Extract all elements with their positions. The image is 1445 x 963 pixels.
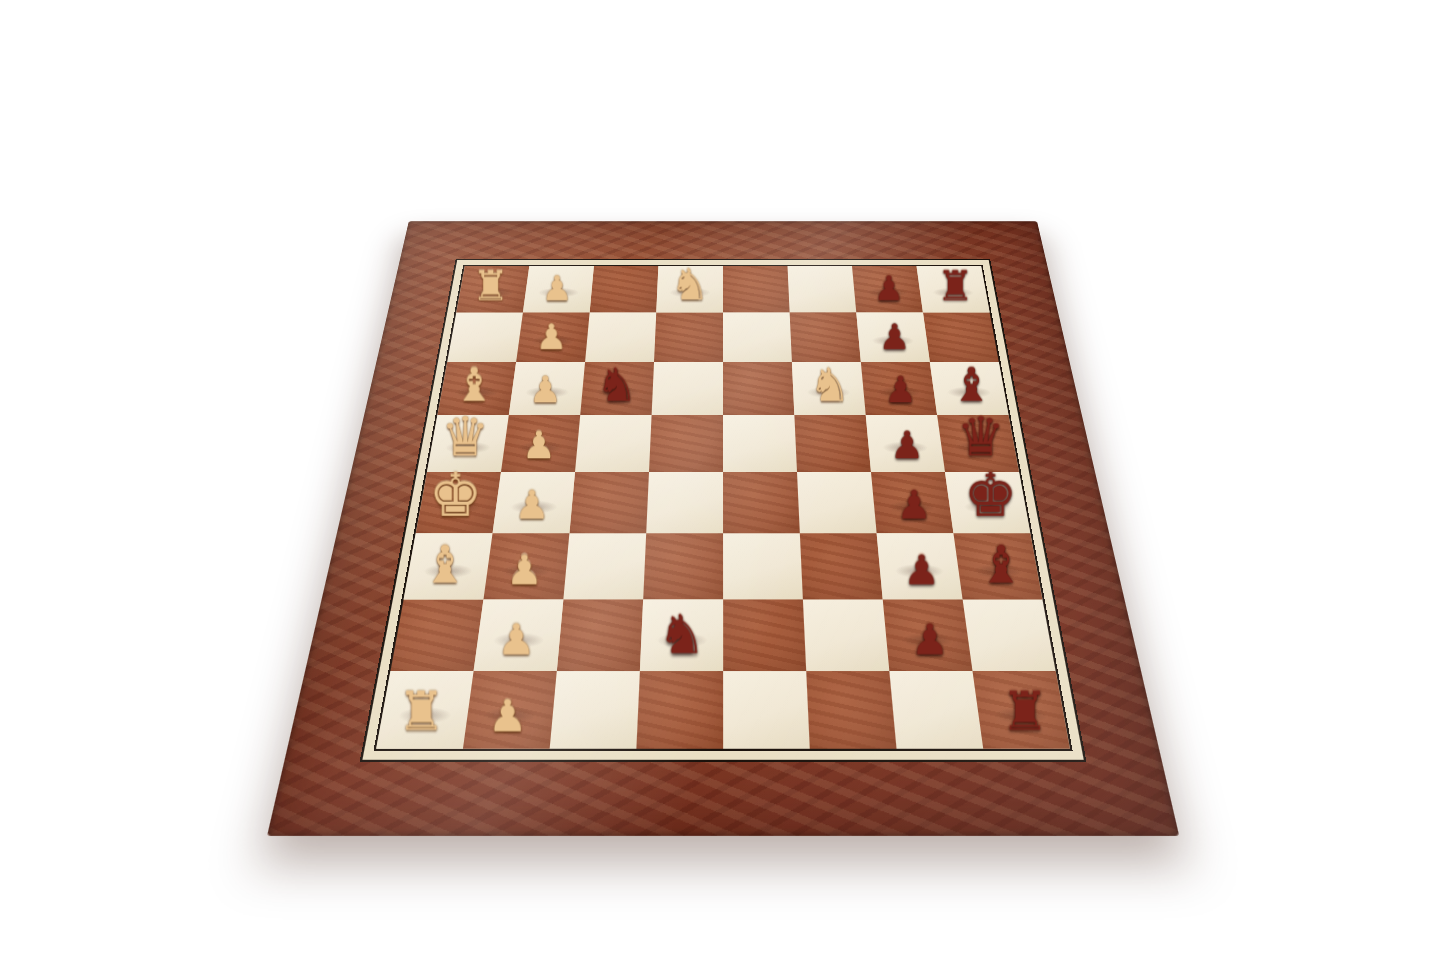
square-h5: [723, 671, 810, 749]
square-c5: [723, 362, 794, 415]
square-a6: [787, 266, 856, 312]
piece-black-pawn-f7: ♟: [903, 549, 940, 590]
piece-black-king-e8: ♚: [963, 465, 1017, 525]
piece-white-rook-h1: ♜: [397, 684, 445, 738]
square-d6: [794, 415, 871, 472]
piece-white-knight-c6: ♞: [808, 361, 849, 407]
photo-backdrop: ♜♟♞♟♜♟♟♝♟♞♞♟♝♛♟♟♛♚♟♟♚♝♟♟♝♟♞♟♜♟♜: [0, 0, 1445, 963]
square-b8: [923, 312, 999, 362]
square-h8: ♜: [972, 671, 1069, 749]
square-d2: ♟: [501, 415, 580, 472]
piece-white-pawn-d2: ♟: [521, 426, 555, 464]
square-f5: [723, 533, 803, 599]
piece-white-king-e1: ♚: [428, 465, 482, 525]
piece-white-rook-a1: ♜: [472, 265, 509, 306]
piece-white-knight-a4: ♞: [670, 263, 709, 306]
square-g1: [390, 599, 483, 671]
square-f2: ♟: [483, 533, 569, 599]
square-c2: ♟: [508, 362, 584, 415]
piece-white-queen-d1: ♛: [441, 410, 489, 464]
square-f1: ♝: [403, 533, 492, 599]
square-g5: [723, 599, 806, 671]
square-d5: [723, 415, 797, 472]
square-h2: ♟: [462, 671, 556, 749]
square-e1: ♚: [415, 472, 500, 533]
square-b6: [789, 312, 860, 362]
piece-white-pawn-h2: ♟: [487, 693, 527, 737]
square-g7: ♟: [882, 599, 972, 671]
square-b7: ♟: [856, 312, 929, 362]
square-a1: ♜: [456, 266, 529, 312]
square-g4: ♞: [639, 599, 722, 671]
square-c4: [651, 362, 722, 415]
piece-black-pawn-g7: ♟: [910, 618, 948, 660]
piece-black-knight-g4: ♞: [657, 607, 705, 661]
board-margin-strip: ♜♟♞♟♜♟♟♝♟♞♞♟♝♛♟♟♛♚♟♟♚♝♟♟♝♟♞♟♜♟♜: [359, 259, 1086, 762]
piece-white-pawn-g2: ♟: [497, 618, 535, 660]
square-h6: [806, 671, 896, 749]
square-a4: ♞: [656, 266, 723, 312]
square-d7: ♟: [865, 415, 944, 472]
square-f7: ♟: [876, 533, 962, 599]
square-h7: [889, 671, 983, 749]
square-e8: ♚: [945, 472, 1030, 533]
square-f8: ♝: [953, 533, 1042, 599]
piece-white-bishop-c1: ♝: [453, 361, 494, 407]
square-h4: [636, 671, 723, 749]
piece-black-bishop-f8: ♝: [977, 539, 1023, 591]
piece-black-knight-c3: ♞: [595, 361, 636, 407]
square-h1: ♜: [376, 671, 473, 749]
square-a8: ♜: [916, 266, 989, 312]
square-a2: ♟: [522, 266, 593, 312]
square-d3: [575, 415, 652, 472]
piece-black-rook-h8: ♜: [1000, 684, 1048, 738]
piece-black-bishop-c8: ♝: [950, 361, 991, 407]
square-e6: [797, 472, 877, 533]
square-a5: [723, 266, 790, 312]
piece-white-pawn-b2: ♟: [535, 320, 567, 355]
square-b2: ♟: [516, 312, 589, 362]
square-g8: [962, 599, 1055, 671]
piece-white-bishop-f1: ♝: [421, 539, 467, 591]
piece-white-pawn-e2: ♟: [514, 485, 549, 524]
piece-white-pawn-f2: ♟: [506, 549, 543, 590]
square-f6: [799, 533, 882, 599]
square-g2: ♟: [473, 599, 563, 671]
piece-white-pawn-a2: ♟: [541, 272, 572, 306]
square-e7: ♟: [871, 472, 953, 533]
piece-black-pawn-a7: ♟: [873, 272, 904, 306]
square-c7: ♟: [860, 362, 936, 415]
square-g6: [802, 599, 888, 671]
square-b5: [723, 312, 792, 362]
piece-black-pawn-c7: ♟: [884, 371, 917, 407]
square-e3: [569, 472, 649, 533]
piece-black-rook-a8: ♜: [936, 265, 973, 306]
square-a3: [589, 266, 658, 312]
square-c6: ♞: [791, 362, 865, 415]
piece-black-pawn-d7: ♟: [890, 426, 924, 464]
piece-black-pawn-e7: ♟: [896, 485, 931, 524]
square-e2: ♟: [492, 472, 574, 533]
square-c3: ♞: [580, 362, 654, 415]
chess-board: ♜♟♞♟♜♟♟♝♟♞♞♟♝♛♟♟♛♚♟♟♚♝♟♟♝♟♞♟♜♟♜: [373, 265, 1072, 751]
square-h3: [549, 671, 639, 749]
square-b1: [447, 312, 523, 362]
square-d4: [649, 415, 723, 472]
piece-black-pawn-b7: ♟: [878, 320, 910, 355]
square-b4: [654, 312, 723, 362]
square-g3: [556, 599, 642, 671]
square-e4: [646, 472, 723, 533]
board-frame: ♜♟♞♟♜♟♟♝♟♞♞♟♝♛♟♟♛♚♟♟♚♝♟♟♝♟♞♟♜♟♜: [266, 221, 1178, 836]
square-e5: [723, 472, 800, 533]
piece-white-pawn-c2: ♟: [529, 371, 562, 407]
square-b3: [585, 312, 656, 362]
piece-black-queen-d8: ♛: [956, 410, 1004, 464]
square-a7: ♟: [852, 266, 923, 312]
square-f4: [643, 533, 723, 599]
square-f3: [563, 533, 646, 599]
board-perspective-wrapper: ♜♟♞♟♜♟♟♝♟♞♞♟♝♛♟♟♛♚♟♟♚♝♟♟♝♟♞♟♜♟♜: [266, 221, 1178, 836]
